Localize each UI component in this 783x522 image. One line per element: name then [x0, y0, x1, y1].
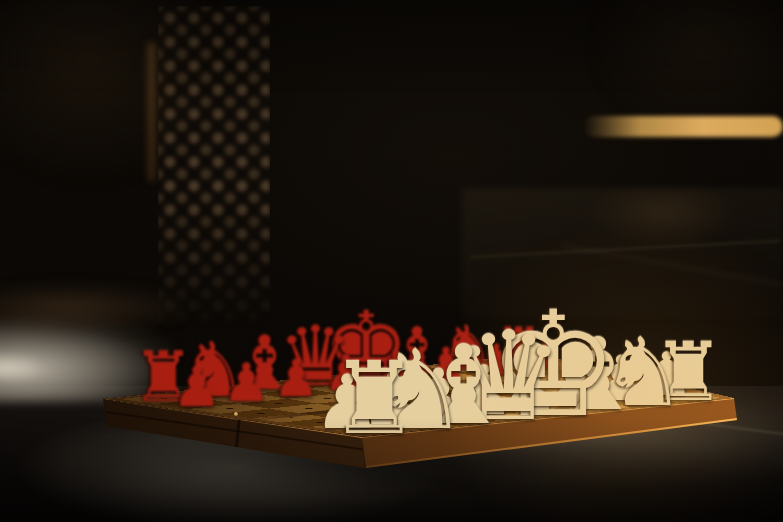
piece-cream-rook-a1[interactable]: ♜ [329, 349, 419, 449]
piece-red-pawn-a7[interactable]: ♟ [172, 360, 221, 415]
dark-haze-top-right [600, 0, 783, 130]
blurred-background-band [0, 284, 188, 332]
warm-light-streak [583, 116, 783, 137]
piece-red-pawn-b7[interactable]: ♟ [223, 356, 270, 409]
museum-display-scene: ♜♞♝♛♚♝♞♜♟♟♟♟♟♟♟♟♟♟♟♟♟♟♟♟♜♞♝♛♚♝♞♜ [0, 0, 783, 522]
blurred-wood-sliver [147, 42, 156, 182]
piece-red-pawn-c7[interactable]: ♟ [273, 353, 319, 404]
